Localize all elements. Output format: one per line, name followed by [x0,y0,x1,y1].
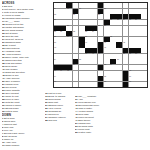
grid-cell[interactable] [85,65,91,70]
grid-cell[interactable] [141,42,147,47]
grid-cell[interactable] [60,42,66,47]
grid-cell[interactable] [91,65,97,70]
cell-number: 53 [135,53,137,55]
grid-cell[interactable] [141,76,147,81]
grid-cell[interactable]: 25 [129,20,135,25]
grid-cell[interactable] [98,37,104,42]
clue-column-middle: 12 Part of a play13 Being, to Caesar15 G… [45,92,72,149]
grid-cell[interactable]: 13 [141,3,147,8]
grid-cell[interactable] [135,65,141,70]
grid-cell[interactable] [60,59,66,64]
grid-cell[interactable] [91,37,97,42]
grid-cell[interactable]: 61 [60,71,66,76]
grid-cell[interactable] [85,76,91,81]
cell-number: 25 [129,19,131,21]
cell-number: 56 [117,59,119,61]
cell-number: 21 [54,19,56,21]
grid-cell[interactable] [60,76,66,81]
grid-cell[interactable] [79,20,85,25]
grid-cell[interactable] [91,42,97,47]
black-cell [123,71,129,76]
cell-number: 50 [98,53,100,55]
grid-cell[interactable] [73,20,79,25]
cell-number: 45 [104,47,106,49]
across-header: ACROSS [2,1,43,4]
cell-number: 41 [104,42,106,44]
grid-cell[interactable] [110,54,116,59]
cell-number: 64 [54,76,56,78]
grid-cell[interactable] [129,37,135,42]
clue-item: 11 Idaho product [2,144,43,147]
grid-cell[interactable]: 31 [60,31,66,36]
cell-number: 43 [54,47,56,49]
grid-cell[interactable] [79,76,85,81]
grid-cell[interactable] [141,14,147,19]
grid-cell[interactable]: 48 [85,54,91,59]
grid-cell[interactable] [110,42,116,47]
grid-cell[interactable]: 49 [91,54,97,59]
grid-cell[interactable] [79,14,85,19]
grid-cell[interactable]: 59 [110,65,116,70]
down-header: DOWN [2,113,43,116]
grid-cell[interactable] [79,26,85,31]
grid-cell[interactable] [73,54,79,59]
grid-cell[interactable]: 52 [129,54,135,59]
grid-cell[interactable] [85,82,91,87]
grid-cell[interactable] [66,59,72,64]
cell-number: 17 [104,8,106,10]
grid-cell[interactable]: 3 [73,3,79,8]
grid-cell[interactable]: 45 [104,48,110,53]
crossword-page: ACROSS 1 Big deal3 Wet and icy, as a win… [0,0,150,150]
grid-cell[interactable] [116,37,122,42]
black-cell [98,82,104,87]
cell-number: 42 [123,42,125,44]
grid-cell[interactable] [66,48,72,53]
cell-number: 20 [98,14,100,16]
clue-column-left: ACROSS 1 Big deal3 Wet and icy, as a win… [2,1,43,149]
grid-cell[interactable]: 10 [123,3,129,8]
grid-cell[interactable]: 27 [66,26,72,31]
grid-cell[interactable] [104,31,110,36]
cell-number: 67 [54,81,56,83]
cell-number: 1 [54,2,55,4]
cell-number: 12 [135,2,137,4]
cell-number: 65 [104,76,106,78]
cell-number: 18 [54,14,56,16]
grid-cell[interactable] [98,59,104,64]
grid-cell[interactable] [60,54,66,59]
grid-cell[interactable] [91,76,97,81]
black-cell [98,65,104,70]
cell-number: 68 [104,81,106,83]
grid-cell[interactable] [135,76,141,81]
cell-number: 2 [60,2,61,4]
grid-cell[interactable] [141,71,147,76]
grid-cell[interactable] [66,82,72,87]
cell-number: 8 [110,2,111,4]
grid-cell[interactable] [110,48,116,53]
cell-number: 49 [92,53,94,55]
grid-cell[interactable] [135,37,141,42]
grid-cell[interactable]: 44 [79,48,85,53]
grid-cell[interactable] [129,42,135,47]
grid-cell[interactable] [79,71,85,76]
grid-cell[interactable] [73,82,79,87]
grid-cell[interactable] [91,9,97,14]
grid-cell[interactable] [141,20,147,25]
grid-cell[interactable] [85,59,91,64]
grid-cell[interactable]: 68 [104,82,110,87]
grid-cell[interactable]: 26 [135,20,141,25]
grid-cell[interactable] [141,26,147,31]
cell-number: 3 [73,2,74,4]
grid-cell[interactable] [79,31,85,36]
grid-cell[interactable]: 38 [110,37,116,42]
grid-cell[interactable] [123,26,129,31]
grid-cell[interactable] [91,14,97,19]
cell-number: 27 [67,25,69,27]
cell-number: 28 [98,25,100,27]
grid-cell[interactable]: 53 [135,54,141,59]
cell-number: 26 [135,19,137,21]
grid-cell[interactable] [110,71,116,76]
cell-number: 37 [85,36,87,38]
cell-number: 59 [110,64,112,66]
cell-number: 22 [110,19,112,21]
grid-cell[interactable] [60,48,66,53]
grid-cell[interactable] [116,76,122,81]
crossword-grid-area: 1234567891011121314151617181920212223242… [53,2,148,88]
grid-cell[interactable]: 15 [66,9,72,14]
grid-cell[interactable] [66,42,72,47]
grid-cell[interactable]: 32 [73,31,79,36]
grid-cell[interactable]: 12 [135,3,141,8]
grid-cell[interactable] [116,65,122,70]
clue-number: 55 [75,131,78,134]
grid-cell[interactable] [135,9,141,14]
grid-cell[interactable] [141,31,147,36]
grid-cell[interactable] [141,54,147,59]
grid-cell[interactable] [85,20,91,25]
grid-cell[interactable]: 24 [123,20,129,25]
grid-cell[interactable] [135,82,141,87]
grid-cell[interactable]: 34 [91,31,97,36]
cell-number: 31 [60,31,62,33]
grid-cell[interactable] [60,9,66,14]
grid-cell[interactable] [135,59,141,64]
grid-cell[interactable] [123,9,129,14]
grid-cell[interactable]: 8 [110,3,116,8]
grid-cell[interactable] [60,20,66,25]
down-clues-list-c: 30 Mai ___ (cocktail)31 Also37 From squa… [75,95,148,134]
cell-number: 48 [85,53,87,55]
grid-cell[interactable] [123,65,129,70]
grid-cell[interactable]: 28 [98,26,104,31]
grid-cell[interactable] [129,9,135,14]
grid-cell[interactable] [104,54,110,59]
grid-cell[interactable]: 11 [129,3,135,8]
grid-cell[interactable] [85,9,91,14]
grid-cell[interactable]: 40 [85,42,91,47]
clue-number: 11 [2,144,5,147]
grid-cell[interactable]: 42 [123,42,129,47]
grid-cell[interactable]: 20 [98,14,104,19]
clue-item: 55 Festive party [75,131,148,134]
clue-item: 62 Puts to work [2,110,43,113]
grid-cell[interactable]: 19 [73,14,79,19]
cell-number: 44 [79,47,81,49]
grid-cell[interactable] [116,82,122,87]
grid-cell[interactable] [66,76,72,81]
cell-number: 32 [73,31,75,33]
grid-cell[interactable] [91,71,97,76]
cell-number: 5 [85,2,86,4]
crossword-grid[interactable]: 1234567891011121314151617181920212223242… [53,2,148,88]
grid-cell[interactable] [141,37,147,42]
cell-number: 61 [60,70,62,72]
grid-cell[interactable] [129,26,135,31]
grid-cell[interactable]: 29 [104,26,110,31]
cell-number: 55 [79,59,81,61]
grid-cell[interactable] [141,59,147,64]
black-cell [123,76,129,81]
grid-cell[interactable] [79,65,85,70]
clue-item: 28 Golf peg [45,119,72,122]
grid-cell[interactable] [110,76,116,81]
clue-number: 28 [45,119,48,122]
cell-number: 6 [92,2,93,4]
grid-cell[interactable] [98,71,104,76]
cell-number: 60 [54,70,56,72]
grid-cell[interactable]: 17 [104,9,110,14]
grid-cell[interactable] [60,82,66,87]
grid-cell[interactable] [116,31,122,36]
grid-cell[interactable] [73,42,79,47]
cell-number: 58 [104,64,106,66]
grid-cell[interactable] [135,71,141,76]
grid-cell[interactable]: 22 [110,20,116,25]
black-cell [98,42,104,47]
grid-cell[interactable]: 23 [116,20,122,25]
grid-cell[interactable] [98,31,104,36]
cell-number: 57 [73,64,75,66]
grid-cell[interactable] [110,9,116,14]
cell-number: 16 [79,8,81,10]
cell-number: 7 [104,2,105,4]
grid-cell[interactable] [91,82,97,87]
cell-number: 29 [104,25,106,27]
grid-cell[interactable] [116,71,122,76]
cell-number: 15 [67,8,69,10]
grid-cell[interactable]: 5 [85,3,91,8]
grid-cell[interactable]: 6 [91,3,97,8]
grid-cell[interactable]: 2 [60,3,66,8]
cell-number: 10 [123,2,125,4]
across-clues-list: 1 Big deal3 Wet and icy, as a winter roa… [2,5,43,113]
grid-cell[interactable]: 58 [104,65,110,70]
grid-cell[interactable]: 54 [54,59,60,64]
down-clues-list-a: 1 Bit of work2 Opera solo4 Camera part5 … [2,117,43,147]
grid-cell[interactable] [79,82,85,87]
cell-number: 66 [129,76,131,78]
grid-cell[interactable] [141,9,147,14]
grid-cell[interactable]: 16 [79,9,85,14]
grid-cell[interactable] [135,42,141,47]
black-cell [98,3,104,8]
grid-cell[interactable]: 62 [66,71,72,76]
grid-cell[interactable] [110,26,116,31]
cell-number: 52 [129,53,131,55]
grid-cell[interactable]: 21 [54,20,60,25]
black-cell [79,37,85,42]
cell-number: 11 [129,2,131,4]
grid-cell[interactable] [123,31,129,36]
grid-cell[interactable] [135,26,141,31]
cell-number: 62 [67,70,69,72]
cell-number: 38 [110,36,112,38]
grid-cell[interactable] [129,31,135,36]
grid-cell[interactable] [116,26,122,31]
grid-cell[interactable] [73,71,79,76]
cell-number: 30 [54,31,56,33]
clue-number: 62 [2,110,5,113]
grid-cell[interactable] [129,59,135,64]
grid-cell[interactable]: 50 [98,54,104,59]
grid-cell[interactable] [66,54,72,59]
cell-number: 47 [54,53,56,55]
grid-cell[interactable]: 36 [66,37,72,42]
grid-cell[interactable] [141,65,147,70]
grid-cell[interactable]: 56 [116,59,122,64]
grid-cell[interactable] [85,71,91,76]
grid-cell[interactable] [73,48,79,53]
grid-cell[interactable] [73,76,79,81]
black-cell [98,76,104,81]
cell-number: 19 [73,14,75,16]
grid-cell[interactable] [85,14,91,19]
grid-cell[interactable] [73,37,79,42]
down-clues-list-b: 12 Part of a play13 Being, to Caesar15 G… [45,92,72,122]
grid-cell[interactable] [66,14,72,19]
cell-number: 9 [117,2,118,4]
cell-number: 13 [141,2,143,4]
grid-cell[interactable] [141,82,147,87]
grid-cell[interactable]: 67 [54,82,60,87]
cell-number: 54 [54,59,56,61]
grid-cell[interactable]: 46 [116,48,122,53]
grid-cell[interactable] [116,9,122,14]
cell-number: 39 [54,42,56,44]
grid-cell[interactable]: 9 [116,3,122,8]
grid-cell[interactable]: 51 [123,54,129,59]
grid-cell[interactable] [104,14,110,19]
cell-number: 40 [85,42,87,44]
cell-number: 35 [54,36,56,38]
grid-cell[interactable] [60,37,66,42]
cell-number: 63 [129,70,131,72]
grid-cell[interactable] [141,48,147,53]
grid-cell[interactable]: 69 [129,82,135,87]
cell-number: 33 [85,31,87,33]
grid-cell[interactable] [91,20,97,25]
cell-number: 46 [117,47,119,49]
grid-cell[interactable] [91,59,97,64]
grid-cell[interactable] [60,14,66,19]
grid-cell[interactable] [123,59,129,64]
grid-cell[interactable] [110,82,116,87]
grid-cell[interactable] [135,31,141,36]
cell-number: 14 [54,8,56,10]
grid-cell[interactable]: 55 [79,59,85,64]
cell-number: 23 [117,19,119,21]
cell-number: 34 [92,31,94,33]
grid-cell[interactable]: 57 [73,65,79,70]
black-cell [123,82,129,87]
clue-column-right: 30 Mai ___ (cocktail)31 Also37 From squa… [75,95,148,149]
cell-number: 24 [123,19,125,21]
cell-number: 4 [79,2,80,4]
cell-number: 51 [123,53,125,55]
cell-number: 69 [129,81,131,83]
cell-number: 36 [67,36,69,38]
